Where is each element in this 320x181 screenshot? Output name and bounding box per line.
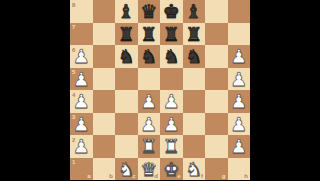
piece-white-pawn[interactable]: ♟ [163,90,180,113]
square-d7[interactable]: ♜ [138,23,161,46]
file-label-d: d [154,173,158,179]
square-a3[interactable]: ♟3 [70,113,93,136]
square-h7[interactable] [228,23,251,46]
square-c2[interactable] [115,135,138,158]
square-h1[interactable]: h [228,158,251,181]
square-b2[interactable] [93,135,116,158]
square-b4[interactable] [93,90,116,113]
square-c4[interactable] [115,90,138,113]
chess-board: 8♝♛♚♝7♜♜♜♜♟6♞♞♞♞♟♟5♟♟4♟♟♟♟3♟♟♟♟2♜♜♟1ab♞c… [70,0,250,180]
square-e7[interactable]: ♜ [160,23,183,46]
square-e5[interactable] [160,68,183,91]
square-h6[interactable]: ♟ [228,45,251,68]
square-g3[interactable] [205,113,228,136]
square-b8[interactable] [93,0,116,23]
square-f8[interactable]: ♝ [183,0,206,23]
piece-white-pawn[interactable]: ♟ [230,135,247,158]
square-a8[interactable]: 8 [70,0,93,23]
square-f3[interactable] [183,113,206,136]
square-d4[interactable]: ♟ [138,90,161,113]
square-g2[interactable] [205,135,228,158]
square-c5[interactable] [115,68,138,91]
square-f1[interactable]: ♞f [183,158,206,181]
square-a1[interactable]: 1a [70,158,93,181]
square-e2[interactable]: ♜ [160,135,183,158]
square-d8[interactable]: ♛ [138,0,161,23]
square-f2[interactable] [183,135,206,158]
piece-white-rook[interactable]: ♜ [140,135,157,158]
square-c1[interactable]: ♞c [115,158,138,181]
square-a6[interactable]: ♟6 [70,45,93,68]
piece-white-pawn[interactable]: ♟ [230,113,247,136]
square-g5[interactable] [205,68,228,91]
square-d3[interactable]: ♟ [138,113,161,136]
file-label-c: c [132,173,135,179]
square-e8[interactable]: ♚ [160,0,183,23]
square-h3[interactable]: ♟ [228,113,251,136]
square-e1[interactable]: ♚e [160,158,183,181]
square-g4[interactable] [205,90,228,113]
square-a4[interactable]: ♟4 [70,90,93,113]
rank-label-6: 6 [72,47,75,53]
piece-white-pawn[interactable]: ♟ [230,45,247,68]
piece-white-pawn[interactable]: ♟ [163,113,180,136]
piece-white-pawn[interactable]: ♟ [140,90,157,113]
square-g6[interactable] [205,45,228,68]
square-f6[interactable]: ♞ [183,45,206,68]
square-a5[interactable]: ♟5 [70,68,93,91]
piece-white-pawn[interactable]: ♟ [230,68,247,91]
square-c3[interactable] [115,113,138,136]
square-b6[interactable] [93,45,116,68]
square-e4[interactable]: ♟ [160,90,183,113]
square-c8[interactable]: ♝ [115,0,138,23]
piece-black-king[interactable]: ♚ [163,0,180,23]
piece-white-pawn[interactable]: ♟ [140,113,157,136]
letterbox-right [250,0,320,180]
square-h2[interactable]: ♟ [228,135,251,158]
square-e3[interactable]: ♟ [160,113,183,136]
rank-label-3: 3 [72,114,75,120]
piece-black-knight[interactable]: ♞ [163,45,180,68]
piece-black-knight[interactable]: ♞ [185,45,202,68]
square-a2[interactable]: ♟2 [70,135,93,158]
square-g7[interactable] [205,23,228,46]
square-c6[interactable]: ♞ [115,45,138,68]
square-d6[interactable]: ♞ [138,45,161,68]
square-h4[interactable]: ♟ [228,90,251,113]
square-a7[interactable]: 7 [70,23,93,46]
piece-white-knight[interactable]: ♞ [185,158,202,181]
file-label-h: h [244,173,248,179]
piece-black-bishop[interactable]: ♝ [118,0,135,23]
piece-black-queen[interactable]: ♛ [140,0,157,23]
square-d2[interactable]: ♜ [138,135,161,158]
square-b1[interactable]: b [93,158,116,181]
file-label-f: f [201,173,203,179]
square-h8[interactable] [228,0,251,23]
square-b7[interactable] [93,23,116,46]
rank-label-8: 8 [72,2,75,8]
piece-black-knight[interactable]: ♞ [140,45,157,68]
square-b5[interactable] [93,68,116,91]
video-frame: 8♝♛♚♝7♜♜♜♜♟6♞♞♞♞♟♟5♟♟4♟♟♟♟3♟♟♟♟2♜♜♟1ab♞c… [0,0,320,180]
square-b3[interactable] [93,113,116,136]
rank-label-7: 7 [72,24,75,30]
piece-black-rook[interactable]: ♜ [118,23,135,46]
square-f4[interactable] [183,90,206,113]
piece-white-pawn[interactable]: ♟ [230,90,247,113]
square-h5[interactable]: ♟ [228,68,251,91]
square-g1[interactable]: g [205,158,228,181]
file-label-e: e [177,173,180,179]
piece-white-rook[interactable]: ♜ [163,135,180,158]
square-c7[interactable]: ♜ [115,23,138,46]
square-d5[interactable] [138,68,161,91]
rank-label-2: 2 [72,137,75,143]
square-d1[interactable]: ♛d [138,158,161,181]
piece-black-knight[interactable]: ♞ [118,45,135,68]
square-e6[interactable]: ♞ [160,45,183,68]
piece-black-rook[interactable]: ♜ [140,23,157,46]
rank-label-4: 4 [72,92,75,98]
letterbox-left [0,0,70,180]
square-f7[interactable]: ♜ [183,23,206,46]
square-f5[interactable] [183,68,206,91]
rank-label-5: 5 [72,69,75,75]
piece-black-bishop[interactable]: ♝ [185,0,202,23]
piece-black-rook[interactable]: ♜ [185,23,202,46]
square-g8[interactable] [205,0,228,23]
rank-label-1: 1 [72,159,75,165]
file-label-a: a [87,173,90,179]
file-label-g: g [222,173,226,179]
file-label-b: b [109,173,113,179]
piece-black-rook[interactable]: ♜ [163,23,180,46]
